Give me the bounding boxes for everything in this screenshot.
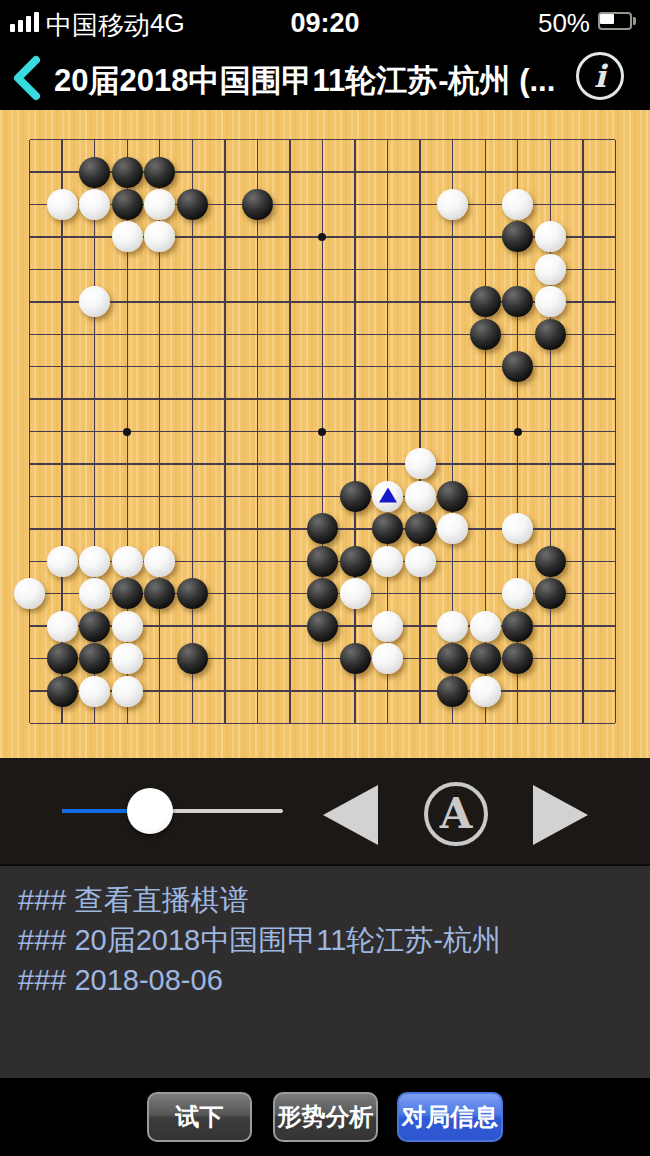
- board-intersection[interactable]: [469, 350, 502, 382]
- board-intersection[interactable]: [339, 318, 372, 350]
- board-intersection[interactable]: [274, 350, 307, 382]
- board-intersection[interactable]: [567, 545, 600, 577]
- board-intersection[interactable]: [78, 707, 111, 739]
- board-intersection[interactable]: [241, 350, 274, 382]
- board-intersection[interactable]: [534, 383, 567, 415]
- board-intersection[interactable]: [46, 188, 79, 220]
- board-intersection[interactable]: [534, 221, 567, 253]
- board-intersection[interactable]: [78, 188, 111, 220]
- board-intersection[interactable]: [176, 318, 209, 350]
- board-intersection[interactable]: [274, 415, 307, 447]
- auto-play-button[interactable]: A: [424, 782, 488, 846]
- board-intersection[interactable]: [143, 123, 176, 155]
- board-intersection[interactable]: [371, 610, 404, 642]
- board-intersection[interactable]: [143, 675, 176, 707]
- board-intersection[interactable]: [567, 188, 600, 220]
- board-intersection[interactable]: [306, 480, 339, 512]
- board-intersection[interactable]: [111, 610, 144, 642]
- board-intersection[interactable]: [176, 253, 209, 285]
- board-intersection[interactable]: [176, 156, 209, 188]
- board-intersection[interactable]: [274, 286, 307, 318]
- board-intersection[interactable]: [599, 383, 632, 415]
- board-intersection[interactable]: [209, 123, 242, 155]
- board-intersection[interactable]: [274, 480, 307, 512]
- board-intersection[interactable]: [534, 188, 567, 220]
- board-intersection[interactable]: [46, 350, 79, 382]
- board-intersection[interactable]: [567, 383, 600, 415]
- board-intersection[interactable]: [436, 480, 469, 512]
- board-intersection[interactable]: [404, 545, 437, 577]
- board-intersection[interactable]: [13, 123, 46, 155]
- board-intersection[interactable]: [241, 383, 274, 415]
- board-intersection[interactable]: [274, 642, 307, 674]
- board-intersection[interactable]: [436, 123, 469, 155]
- board-intersection[interactable]: [274, 318, 307, 350]
- board-intersection[interactable]: [436, 545, 469, 577]
- board-intersection[interactable]: [404, 610, 437, 642]
- board-intersection[interactable]: [46, 707, 79, 739]
- board-intersection[interactable]: [502, 480, 535, 512]
- board-intersection[interactable]: [567, 350, 600, 382]
- board-intersection[interactable]: [274, 707, 307, 739]
- board-intersection[interactable]: [436, 675, 469, 707]
- board-intersection[interactable]: [599, 188, 632, 220]
- board-intersection[interactable]: [274, 545, 307, 577]
- board-intersection[interactable]: [111, 318, 144, 350]
- board-intersection[interactable]: [567, 221, 600, 253]
- board-intersection[interactable]: [209, 707, 242, 739]
- board-intersection[interactable]: [534, 707, 567, 739]
- board-intersection[interactable]: [404, 707, 437, 739]
- board-intersection[interactable]: [371, 156, 404, 188]
- board-intersection[interactable]: [176, 578, 209, 610]
- board-intersection[interactable]: [502, 578, 535, 610]
- board-intersection[interactable]: [46, 123, 79, 155]
- board-intersection[interactable]: [404, 642, 437, 674]
- board-intersection[interactable]: [436, 156, 469, 188]
- board-intersection[interactable]: [111, 480, 144, 512]
- board-intersection[interactable]: [534, 578, 567, 610]
- board-intersection[interactable]: [502, 253, 535, 285]
- board-intersection[interactable]: [46, 383, 79, 415]
- board-intersection[interactable]: [13, 707, 46, 739]
- board-intersection[interactable]: [404, 480, 437, 512]
- board-intersection[interactable]: [176, 448, 209, 480]
- game-info-button[interactable]: 对局信息: [397, 1092, 503, 1142]
- info-button[interactable]: i: [576, 52, 624, 100]
- board-intersection[interactable]: [436, 188, 469, 220]
- board-intersection[interactable]: [534, 350, 567, 382]
- board-intersection[interactable]: [404, 286, 437, 318]
- board-intersection[interactable]: [567, 415, 600, 447]
- board-intersection[interactable]: [13, 350, 46, 382]
- board-intersection[interactable]: [78, 642, 111, 674]
- board-intersection[interactable]: [78, 480, 111, 512]
- board-intersection[interactable]: [209, 188, 242, 220]
- board-intersection[interactable]: [111, 123, 144, 155]
- board-intersection[interactable]: [306, 286, 339, 318]
- board-intersection[interactable]: [567, 480, 600, 512]
- board-intersection[interactable]: [78, 448, 111, 480]
- next-move-button[interactable]: [533, 785, 588, 845]
- board-intersection[interactable]: [469, 318, 502, 350]
- board-intersection[interactable]: [111, 415, 144, 447]
- board-intersection[interactable]: [306, 156, 339, 188]
- board-intersection[interactable]: [78, 610, 111, 642]
- board-intersection[interactable]: [13, 383, 46, 415]
- board-intersection[interactable]: [306, 415, 339, 447]
- board-intersection[interactable]: [241, 675, 274, 707]
- board-intersection[interactable]: [469, 545, 502, 577]
- board-intersection[interactable]: [111, 188, 144, 220]
- board-intersection[interactable]: [371, 188, 404, 220]
- board-intersection[interactable]: [534, 513, 567, 545]
- board-intersection[interactable]: [599, 480, 632, 512]
- board-intersection[interactable]: [502, 513, 535, 545]
- board-intersection[interactable]: [567, 675, 600, 707]
- board-intersection[interactable]: [371, 350, 404, 382]
- board-intersection[interactable]: [241, 545, 274, 577]
- board-intersection[interactable]: [209, 415, 242, 447]
- board-intersection[interactable]: [404, 383, 437, 415]
- board-intersection[interactable]: [306, 610, 339, 642]
- board-intersection[interactable]: [599, 513, 632, 545]
- board-intersection[interactable]: [78, 350, 111, 382]
- board-intersection[interactable]: [371, 286, 404, 318]
- board-intersection[interactable]: [339, 610, 372, 642]
- board-intersection[interactable]: [306, 221, 339, 253]
- board-intersection[interactable]: [567, 156, 600, 188]
- board-intersection[interactable]: [404, 156, 437, 188]
- board-intersection[interactable]: [502, 448, 535, 480]
- board-intersection[interactable]: [78, 513, 111, 545]
- board-intersection[interactable]: [143, 318, 176, 350]
- board-intersection[interactable]: [599, 578, 632, 610]
- go-board[interactable]: [0, 110, 650, 758]
- board-intersection[interactable]: [46, 156, 79, 188]
- board-intersection[interactable]: [567, 448, 600, 480]
- board-intersection[interactable]: [13, 156, 46, 188]
- board-intersection[interactable]: [13, 513, 46, 545]
- back-button[interactable]: [8, 54, 48, 102]
- board-intersection[interactable]: [111, 448, 144, 480]
- board-intersection[interactable]: [469, 156, 502, 188]
- board-intersection[interactable]: [469, 221, 502, 253]
- board-intersection[interactable]: [371, 221, 404, 253]
- board-intersection[interactable]: [274, 253, 307, 285]
- board-intersection[interactable]: [143, 545, 176, 577]
- board-intersection[interactable]: [404, 448, 437, 480]
- board-intersection[interactable]: [469, 188, 502, 220]
- board-intersection[interactable]: [274, 578, 307, 610]
- board-intersection[interactable]: [111, 513, 144, 545]
- board-intersection[interactable]: [274, 188, 307, 220]
- board-intersection[interactable]: [13, 253, 46, 285]
- board-intersection[interactable]: [534, 610, 567, 642]
- board-intersection[interactable]: [274, 513, 307, 545]
- board-intersection[interactable]: [469, 642, 502, 674]
- board-intersection[interactable]: [567, 610, 600, 642]
- board-intersection[interactable]: [241, 707, 274, 739]
- board-intersection[interactable]: [111, 675, 144, 707]
- board-intersection[interactable]: [306, 513, 339, 545]
- board-intersection[interactable]: [13, 578, 46, 610]
- board-intersection[interactable]: [209, 480, 242, 512]
- board-intersection[interactable]: [13, 610, 46, 642]
- board-intersection[interactable]: [13, 642, 46, 674]
- board-intersection[interactable]: [371, 415, 404, 447]
- board-intersection[interactable]: [599, 221, 632, 253]
- board-intersection[interactable]: [176, 642, 209, 674]
- board-intersection[interactable]: [436, 513, 469, 545]
- board-intersection[interactable]: [143, 707, 176, 739]
- board-intersection[interactable]: [241, 253, 274, 285]
- board-intersection[interactable]: [176, 383, 209, 415]
- board-intersection[interactable]: [241, 448, 274, 480]
- board-intersection[interactable]: [599, 448, 632, 480]
- board-intersection[interactable]: [502, 123, 535, 155]
- board-intersection[interactable]: [436, 642, 469, 674]
- board-intersection[interactable]: [436, 383, 469, 415]
- board-intersection[interactable]: [176, 513, 209, 545]
- board-intersection[interactable]: [436, 448, 469, 480]
- board-intersection[interactable]: [339, 221, 372, 253]
- board-intersection[interactable]: [78, 123, 111, 155]
- board-intersection[interactable]: [176, 123, 209, 155]
- board-intersection[interactable]: [274, 221, 307, 253]
- board-intersection[interactable]: [143, 480, 176, 512]
- board-intersection[interactable]: [46, 286, 79, 318]
- board-intersection[interactable]: [502, 383, 535, 415]
- board-intersection[interactable]: [143, 448, 176, 480]
- board-intersection[interactable]: [13, 415, 46, 447]
- board-intersection[interactable]: [143, 188, 176, 220]
- board-intersection[interactable]: [371, 480, 404, 512]
- board-intersection[interactable]: [46, 513, 79, 545]
- board-intersection[interactable]: [111, 707, 144, 739]
- board-intersection[interactable]: [209, 448, 242, 480]
- board-intersection[interactable]: [567, 578, 600, 610]
- board-intersection[interactable]: [469, 610, 502, 642]
- board-intersection[interactable]: [241, 156, 274, 188]
- board-intersection[interactable]: [241, 188, 274, 220]
- board-intersection[interactable]: [241, 642, 274, 674]
- board-intersection[interactable]: [209, 156, 242, 188]
- board-intersection[interactable]: [143, 221, 176, 253]
- board-intersection[interactable]: [339, 383, 372, 415]
- board-intersection[interactable]: [599, 675, 632, 707]
- board-intersection[interactable]: [436, 415, 469, 447]
- board-intersection[interactable]: [339, 707, 372, 739]
- board-intersection[interactable]: [78, 545, 111, 577]
- board-intersection[interactable]: [567, 123, 600, 155]
- board-intersection[interactable]: [371, 123, 404, 155]
- board-intersection[interactable]: [176, 545, 209, 577]
- board-intersection[interactable]: [404, 415, 437, 447]
- board-intersection[interactable]: [567, 707, 600, 739]
- board-intersection[interactable]: [371, 642, 404, 674]
- board-intersection[interactable]: [13, 286, 46, 318]
- board-intersection[interactable]: [339, 188, 372, 220]
- board-intersection[interactable]: [371, 383, 404, 415]
- board-intersection[interactable]: [502, 156, 535, 188]
- board-intersection[interactable]: [436, 707, 469, 739]
- board-intersection[interactable]: [46, 221, 79, 253]
- board-intersection[interactable]: [78, 675, 111, 707]
- board-intersection[interactable]: [599, 545, 632, 577]
- board-intersection[interactable]: [306, 318, 339, 350]
- board-intersection[interactable]: [111, 286, 144, 318]
- board-intersection[interactable]: [176, 415, 209, 447]
- board-intersection[interactable]: [274, 156, 307, 188]
- board-intersection[interactable]: [599, 286, 632, 318]
- board-intersection[interactable]: [404, 221, 437, 253]
- board-intersection[interactable]: [306, 642, 339, 674]
- board-intersection[interactable]: [339, 642, 372, 674]
- move-slider-thumb[interactable]: [127, 788, 173, 834]
- board-intersection[interactable]: [436, 350, 469, 382]
- board-intersection[interactable]: [78, 156, 111, 188]
- board-intersection[interactable]: [436, 318, 469, 350]
- board-intersection[interactable]: [46, 545, 79, 577]
- board-intersection[interactable]: [306, 253, 339, 285]
- board-intersection[interactable]: [176, 675, 209, 707]
- board-intersection[interactable]: [176, 707, 209, 739]
- board-intersection[interactable]: [306, 707, 339, 739]
- board-intersection[interactable]: [176, 188, 209, 220]
- board-intersection[interactable]: [78, 578, 111, 610]
- board-intersection[interactable]: [13, 480, 46, 512]
- board-intersection[interactable]: [209, 221, 242, 253]
- board-intersection[interactable]: [111, 383, 144, 415]
- board-intersection[interactable]: [46, 642, 79, 674]
- board-intersection[interactable]: [339, 545, 372, 577]
- board-intersection[interactable]: [143, 642, 176, 674]
- board-intersection[interactable]: [567, 253, 600, 285]
- board-intersection[interactable]: [502, 707, 535, 739]
- board-intersection[interactable]: [599, 610, 632, 642]
- board-intersection[interactable]: [176, 286, 209, 318]
- board-intersection[interactable]: [371, 675, 404, 707]
- board-intersection[interactable]: [534, 415, 567, 447]
- board-intersection[interactable]: [241, 286, 274, 318]
- board-intersection[interactable]: [436, 221, 469, 253]
- board-intersection[interactable]: [274, 448, 307, 480]
- board-intersection[interactable]: [404, 188, 437, 220]
- board-intersection[interactable]: [599, 350, 632, 382]
- board-intersection[interactable]: [371, 318, 404, 350]
- board-intersection[interactable]: [209, 253, 242, 285]
- board-intersection[interactable]: [46, 253, 79, 285]
- board-intersection[interactable]: [469, 415, 502, 447]
- board-intersection[interactable]: [46, 480, 79, 512]
- board-intersection[interactable]: [143, 156, 176, 188]
- board-intersection[interactable]: [209, 675, 242, 707]
- board-intersection[interactable]: [241, 123, 274, 155]
- board-intersection[interactable]: [209, 578, 242, 610]
- board-intersection[interactable]: [306, 675, 339, 707]
- try-move-button[interactable]: 试下: [147, 1092, 252, 1142]
- board-intersection[interactable]: [111, 578, 144, 610]
- board-intersection[interactable]: [13, 221, 46, 253]
- board-intersection[interactable]: [404, 123, 437, 155]
- board-intersection[interactable]: [469, 707, 502, 739]
- board-intersection[interactable]: [534, 545, 567, 577]
- board-intersection[interactable]: [502, 188, 535, 220]
- board-intersection[interactable]: [209, 545, 242, 577]
- board-intersection[interactable]: [13, 675, 46, 707]
- board-intersection[interactable]: [469, 578, 502, 610]
- board-intersection[interactable]: [469, 253, 502, 285]
- board-intersection[interactable]: [241, 578, 274, 610]
- board-intersection[interactable]: [371, 513, 404, 545]
- board-intersection[interactable]: [502, 221, 535, 253]
- board-intersection[interactable]: [143, 350, 176, 382]
- board-intersection[interactable]: [176, 350, 209, 382]
- board-intersection[interactable]: [13, 545, 46, 577]
- board-intersection[interactable]: [46, 318, 79, 350]
- board-intersection[interactable]: [111, 221, 144, 253]
- board-intersection[interactable]: [241, 221, 274, 253]
- board-intersection[interactable]: [78, 221, 111, 253]
- board-intersection[interactable]: [176, 480, 209, 512]
- board-intersection[interactable]: [46, 610, 79, 642]
- position-analysis-button[interactable]: 形势分析: [273, 1092, 378, 1142]
- board-intersection[interactable]: [436, 286, 469, 318]
- board-intersection[interactable]: [46, 448, 79, 480]
- board-intersection[interactable]: [111, 156, 144, 188]
- board-intersection[interactable]: [404, 253, 437, 285]
- board-intersection[interactable]: [534, 642, 567, 674]
- board-intersection[interactable]: [78, 253, 111, 285]
- board-intersection[interactable]: [306, 578, 339, 610]
- board-intersection[interactable]: [274, 123, 307, 155]
- board-intersection[interactable]: [436, 610, 469, 642]
- board-intersection[interactable]: [534, 123, 567, 155]
- board-intersection[interactable]: [436, 253, 469, 285]
- board-intersection[interactable]: [567, 642, 600, 674]
- board-intersection[interactable]: [306, 383, 339, 415]
- board-intersection[interactable]: [339, 448, 372, 480]
- board-intersection[interactable]: [534, 448, 567, 480]
- board-intersection[interactable]: [241, 513, 274, 545]
- board-intersection[interactable]: [46, 578, 79, 610]
- board-intersection[interactable]: [143, 578, 176, 610]
- board-intersection[interactable]: [176, 221, 209, 253]
- board-intersection[interactable]: [534, 286, 567, 318]
- board-intersection[interactable]: [502, 610, 535, 642]
- board-intersection[interactable]: [241, 480, 274, 512]
- board-intersection[interactable]: [502, 545, 535, 577]
- board-intersection[interactable]: [241, 318, 274, 350]
- board-intersection[interactable]: [534, 480, 567, 512]
- board-intersection[interactable]: [599, 253, 632, 285]
- board-intersection[interactable]: [143, 415, 176, 447]
- board-intersection[interactable]: [469, 383, 502, 415]
- board-intersection[interactable]: [567, 286, 600, 318]
- board-intersection[interactable]: [404, 350, 437, 382]
- board-intersection[interactable]: [371, 253, 404, 285]
- board-intersection[interactable]: [306, 448, 339, 480]
- board-intersection[interactable]: [599, 642, 632, 674]
- board-intersection[interactable]: [567, 318, 600, 350]
- previous-move-button[interactable]: [323, 785, 378, 845]
- board-intersection[interactable]: [274, 610, 307, 642]
- board-intersection[interactable]: [111, 545, 144, 577]
- board-intersection[interactable]: [13, 448, 46, 480]
- board-intersection[interactable]: [502, 286, 535, 318]
- board-intersection[interactable]: [339, 253, 372, 285]
